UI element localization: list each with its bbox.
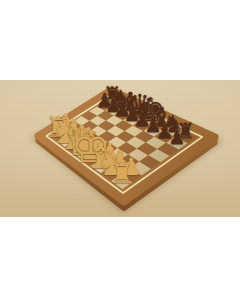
chess-pieces-layer: ♜♞♟♝♟♛♟♚♟♝♟♞♟♟♜♟♟♜♞♟♟♝♟♛♟♚♟♝♟♞♟♜ (0, 80, 240, 217)
product-image: ♜♞♟♝♟♛♟♚♟♝♟♞♟♟♜♟♟♜♞♟♟♝♟♛♟♚♟♝♟♞♟♜ (0, 0, 240, 300)
piece-white-rook-h1: ♜ (109, 159, 134, 187)
chess-set-photo: ♜♞♟♝♟♛♟♚♟♝♟♞♟♟♜♟♟♜♞♟♟♝♟♛♟♚♟♝♟♞♟♜ (0, 80, 240, 217)
piece-black-pawn-h7: ♟ (168, 128, 185, 147)
